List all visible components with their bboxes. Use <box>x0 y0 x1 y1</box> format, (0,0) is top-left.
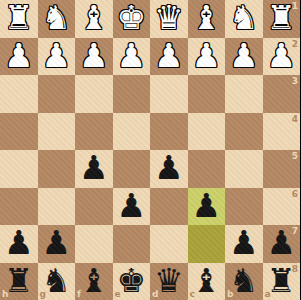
square-d1[interactable]: ♛ <box>150 0 188 38</box>
white-pawn[interactable]: ♟ <box>41 39 71 72</box>
square-b2[interactable]: ♟ <box>225 38 263 76</box>
square-c4[interactable] <box>188 113 226 151</box>
white-pawn[interactable]: ♟ <box>79 39 109 72</box>
square-d7[interactable] <box>150 225 188 263</box>
square-g1[interactable]: ♞ <box>38 0 76 38</box>
square-c2[interactable]: ♟ <box>188 38 226 76</box>
white-pawn[interactable]: ♟ <box>266 39 296 72</box>
square-g7[interactable]: ♟ <box>38 225 76 263</box>
white-knight[interactable]: ♞ <box>41 1 71 34</box>
square-b3[interactable] <box>225 75 263 113</box>
chess-board: ♜♞♝♚♛♝♞♜1♟♟♟♟♟♟♟♟234♟♟5♟♟6♟♟♟♟7♜h♞g♝f♚e♛… <box>0 0 300 300</box>
black-pawn[interactable]: ♟ <box>191 189 221 222</box>
black-knight[interactable]: ♞ <box>229 264 259 297</box>
black-rook[interactable]: ♜ <box>4 264 34 297</box>
square-d3[interactable] <box>150 75 188 113</box>
black-pawn[interactable]: ♟ <box>116 189 146 222</box>
square-g3[interactable] <box>38 75 76 113</box>
white-rook[interactable]: ♜ <box>4 1 34 34</box>
square-f6[interactable] <box>75 188 113 226</box>
white-pawn[interactable]: ♟ <box>191 39 221 72</box>
square-h1[interactable]: ♜ <box>0 0 38 38</box>
square-a6[interactable]: 6 <box>263 188 301 226</box>
square-g6[interactable] <box>38 188 76 226</box>
white-king[interactable]: ♚ <box>116 1 146 34</box>
square-f7[interactable] <box>75 225 113 263</box>
square-c7[interactable] <box>188 225 226 263</box>
black-rook[interactable]: ♜ <box>266 264 296 297</box>
rank-label-5: 5 <box>292 152 298 161</box>
square-b7[interactable]: ♟ <box>225 225 263 263</box>
square-h2[interactable]: ♟ <box>0 38 38 76</box>
square-g8[interactable]: ♞g <box>38 263 76 300</box>
white-pawn[interactable]: ♟ <box>154 39 184 72</box>
black-pawn[interactable]: ♟ <box>266 226 296 259</box>
square-a4[interactable]: 4 <box>263 113 301 151</box>
square-e8[interactable]: ♚e <box>113 263 151 300</box>
white-knight[interactable]: ♞ <box>229 1 259 34</box>
square-g2[interactable]: ♟ <box>38 38 76 76</box>
square-h6[interactable] <box>0 188 38 226</box>
square-f1[interactable]: ♝ <box>75 0 113 38</box>
square-g5[interactable] <box>38 150 76 188</box>
white-bishop[interactable]: ♝ <box>79 1 109 34</box>
square-g4[interactable] <box>38 113 76 151</box>
square-h8[interactable]: ♜h <box>0 263 38 300</box>
square-a3[interactable]: 3 <box>263 75 301 113</box>
square-d2[interactable]: ♟ <box>150 38 188 76</box>
square-b5[interactable] <box>225 150 263 188</box>
square-c8[interactable]: ♝c <box>188 263 226 300</box>
square-h3[interactable] <box>0 75 38 113</box>
black-pawn[interactable]: ♟ <box>229 226 259 259</box>
rank-label-6: 6 <box>292 190 298 199</box>
square-c3[interactable] <box>188 75 226 113</box>
white-pawn[interactable]: ♟ <box>229 39 259 72</box>
square-a2[interactable]: ♟2 <box>263 38 301 76</box>
square-h7[interactable]: ♟ <box>0 225 38 263</box>
black-knight[interactable]: ♞ <box>41 264 71 297</box>
square-b1[interactable]: ♞ <box>225 0 263 38</box>
black-bishop[interactable]: ♝ <box>191 264 221 297</box>
white-queen[interactable]: ♛ <box>154 1 184 34</box>
square-e3[interactable] <box>113 75 151 113</box>
white-pawn[interactable]: ♟ <box>4 39 34 72</box>
square-a7[interactable]: ♟7 <box>263 225 301 263</box>
black-pawn[interactable]: ♟ <box>79 151 109 184</box>
square-f2[interactable]: ♟ <box>75 38 113 76</box>
black-pawn[interactable]: ♟ <box>4 226 34 259</box>
square-d6[interactable] <box>150 188 188 226</box>
square-e5[interactable] <box>113 150 151 188</box>
square-e7[interactable] <box>113 225 151 263</box>
white-pawn[interactable]: ♟ <box>116 39 146 72</box>
white-bishop[interactable]: ♝ <box>191 1 221 34</box>
rank-label-3: 3 <box>292 77 298 86</box>
square-e6[interactable]: ♟ <box>113 188 151 226</box>
square-d4[interactable] <box>150 113 188 151</box>
square-e2[interactable]: ♟ <box>113 38 151 76</box>
square-d5[interactable]: ♟ <box>150 150 188 188</box>
rank-label-4: 4 <box>292 115 298 124</box>
square-b8[interactable]: ♞b <box>225 263 263 300</box>
square-b6[interactable] <box>225 188 263 226</box>
square-h4[interactable] <box>0 113 38 151</box>
black-king[interactable]: ♚ <box>116 264 146 297</box>
square-f4[interactable] <box>75 113 113 151</box>
square-d8[interactable]: ♛d <box>150 263 188 300</box>
square-a1[interactable]: ♜1 <box>263 0 301 38</box>
square-e1[interactable]: ♚ <box>113 0 151 38</box>
square-b4[interactable] <box>225 113 263 151</box>
square-f3[interactable] <box>75 75 113 113</box>
black-pawn[interactable]: ♟ <box>41 226 71 259</box>
square-a8[interactable]: ♜8a <box>263 263 301 300</box>
square-f5[interactable]: ♟ <box>75 150 113 188</box>
black-pawn[interactable]: ♟ <box>154 151 184 184</box>
square-f8[interactable]: ♝f <box>75 263 113 300</box>
square-a5[interactable]: 5 <box>263 150 301 188</box>
black-queen[interactable]: ♛ <box>154 264 184 297</box>
square-c6[interactable]: ♟ <box>188 188 226 226</box>
white-rook[interactable]: ♜ <box>266 1 296 34</box>
square-c5[interactable] <box>188 150 226 188</box>
black-bishop[interactable]: ♝ <box>79 264 109 297</box>
square-h5[interactable] <box>0 150 38 188</box>
square-e4[interactable] <box>113 113 151 151</box>
square-c1[interactable]: ♝ <box>188 0 226 38</box>
